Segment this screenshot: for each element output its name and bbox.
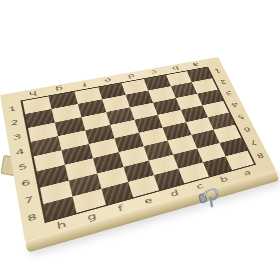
photo-background: hgfedcba hgfedcba 12345678 12345678 [0, 0, 280, 280]
